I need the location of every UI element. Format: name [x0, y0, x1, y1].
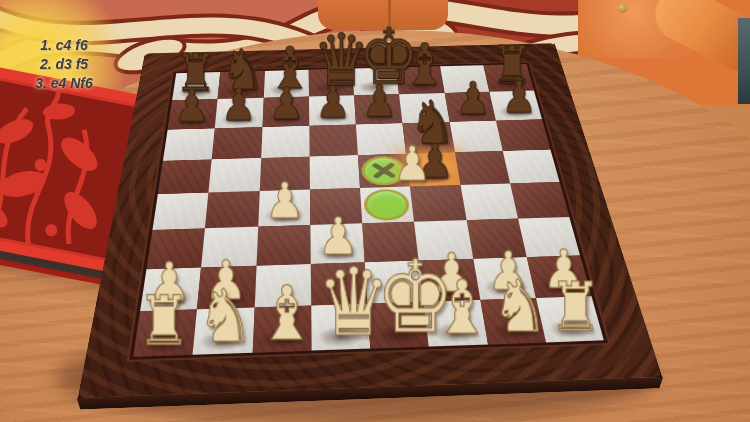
square-g5[interactable]: [454, 151, 509, 185]
square-a5[interactable]: [158, 159, 212, 194]
piece-black-pawn[interactable]: ♟: [262, 82, 309, 125]
square-c3[interactable]: [256, 225, 310, 265]
piece-white-rook[interactable]: ♜: [545, 275, 603, 339]
piece-white-queen[interactable]: ♛: [311, 259, 370, 348]
square-b7[interactable]: ♟: [215, 98, 263, 128]
square-e7[interactable]: ♟: [354, 94, 403, 124]
square-b1[interactable]: ♞: [193, 307, 254, 355]
square-f5[interactable]: ♟♟: [406, 152, 460, 186]
piece-white-rook[interactable]: ♜: [134, 289, 193, 354]
square-c1[interactable]: ♝: [252, 305, 311, 352]
piece-white-bishop[interactable]: ♝: [252, 278, 311, 349]
square-a7[interactable]: ♟: [168, 99, 218, 129]
move-list: 1. c4 f6 2. d3 f5 3. e4 Nf6: [18, 36, 110, 93]
piece-black-pawn[interactable]: ♟: [495, 76, 542, 118]
square-d5[interactable]: [309, 155, 360, 190]
square-d7[interactable]: ♟: [309, 95, 356, 125]
square-h7[interactable]: ♟: [489, 91, 542, 121]
square-c7[interactable]: ♟: [262, 97, 309, 127]
square-d6[interactable]: [309, 124, 358, 156]
move-list-line: 3. e4 Nf6: [18, 74, 110, 93]
piece-white-pawn[interactable]: ♟: [258, 177, 310, 224]
square-b6[interactable]: [212, 127, 262, 159]
square-c4[interactable]: ♟: [258, 189, 310, 226]
move-list-line: 2. d3 f5: [18, 55, 110, 74]
piece-black-pawn[interactable]: ♟: [215, 84, 262, 127]
couch-side-shadow: [738, 18, 750, 104]
square-h5[interactable]: [502, 149, 559, 183]
chess-app-screen: { "app": { "name": "3D chess game", "mov…: [0, 0, 750, 422]
square-a1[interactable]: ♜: [133, 309, 197, 357]
move-list-line: 1. c4 f6: [18, 36, 110, 55]
couch-tuft-button-icon: [618, 4, 627, 13]
piece-black-pawn[interactable]: ♟: [356, 80, 403, 122]
piece-white-knight[interactable]: ♞: [487, 273, 546, 342]
piece-white-knight[interactable]: ♞: [193, 283, 252, 352]
piece-black-pawn[interactable]: ♟: [168, 85, 215, 128]
square-d1[interactable]: ♛: [311, 303, 370, 350]
piece-black-pawn[interactable]: ♟: [309, 81, 356, 123]
